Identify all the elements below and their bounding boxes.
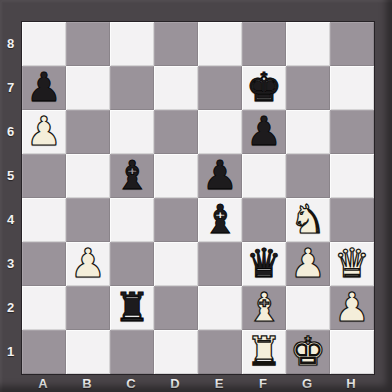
rank-labels: 87654321 <box>0 21 21 373</box>
square-f8[interactable] <box>242 22 286 66</box>
square-f6[interactable]: ♟ <box>242 110 286 154</box>
square-b8[interactable] <box>66 22 110 66</box>
square-a5[interactable] <box>22 154 66 198</box>
square-b3[interactable]: ♟ <box>66 242 110 286</box>
square-h8[interactable] <box>330 22 374 66</box>
piece-black-pawn[interactable]: ♟ <box>202 153 238 197</box>
square-g5[interactable] <box>286 154 330 198</box>
piece-black-pawn[interactable]: ♟ <box>26 65 62 109</box>
piece-black-bishop[interactable]: ♝ <box>202 197 238 241</box>
square-f1[interactable]: ♜ <box>242 330 286 374</box>
square-a4[interactable] <box>22 198 66 242</box>
piece-black-queen[interactable]: ♛ <box>246 241 282 285</box>
square-h7[interactable] <box>330 66 374 110</box>
square-e2[interactable] <box>198 286 242 330</box>
square-c3[interactable] <box>110 242 154 286</box>
square-g6[interactable] <box>286 110 330 154</box>
square-h6[interactable] <box>330 110 374 154</box>
square-e3[interactable] <box>198 242 242 286</box>
piece-white-pawn[interactable]: ♟ <box>26 109 62 153</box>
square-e7[interactable] <box>198 66 242 110</box>
square-d5[interactable] <box>154 154 198 198</box>
square-g2[interactable] <box>286 286 330 330</box>
rank-label-8: 8 <box>0 21 21 65</box>
square-b5[interactable] <box>66 154 110 198</box>
piece-white-king[interactable]: ♚ <box>290 329 326 373</box>
piece-black-pawn[interactable]: ♟ <box>246 109 282 153</box>
square-b6[interactable] <box>66 110 110 154</box>
square-c6[interactable] <box>110 110 154 154</box>
square-a6[interactable]: ♟ <box>22 110 66 154</box>
square-f4[interactable] <box>242 198 286 242</box>
file-label-c: C <box>109 374 153 392</box>
square-g1[interactable]: ♚ <box>286 330 330 374</box>
square-d3[interactable] <box>154 242 198 286</box>
square-d1[interactable] <box>154 330 198 374</box>
piece-white-pawn[interactable]: ♟ <box>334 285 370 329</box>
rank-label-7: 7 <box>0 65 21 109</box>
square-d4[interactable] <box>154 198 198 242</box>
square-c4[interactable] <box>110 198 154 242</box>
rank-label-2: 2 <box>0 285 21 329</box>
square-h2[interactable]: ♟ <box>330 286 374 330</box>
square-e8[interactable] <box>198 22 242 66</box>
square-f3[interactable]: ♛ <box>242 242 286 286</box>
square-b7[interactable] <box>66 66 110 110</box>
square-d6[interactable] <box>154 110 198 154</box>
file-label-h: H <box>329 374 373 392</box>
piece-black-bishop[interactable]: ♝ <box>114 153 150 197</box>
square-d2[interactable] <box>154 286 198 330</box>
square-b4[interactable] <box>66 198 110 242</box>
piece-white-bishop[interactable]: ♝ <box>246 285 282 329</box>
rank-label-4: 4 <box>0 197 21 241</box>
file-labels: ABCDEFGH <box>21 374 373 392</box>
square-e1[interactable] <box>198 330 242 374</box>
square-h4[interactable] <box>330 198 374 242</box>
square-g4[interactable]: ♞ <box>286 198 330 242</box>
chess-diagram-panel: { "game": "chess", "position": { "fen": … <box>0 0 392 392</box>
square-f7[interactable]: ♚ <box>242 66 286 110</box>
square-b2[interactable] <box>66 286 110 330</box>
square-e4[interactable]: ♝ <box>198 198 242 242</box>
square-f5[interactable] <box>242 154 286 198</box>
rank-label-5: 5 <box>0 153 21 197</box>
file-label-g: G <box>285 374 329 392</box>
square-h1[interactable] <box>330 330 374 374</box>
square-h5[interactable] <box>330 154 374 198</box>
piece-black-king[interactable]: ♚ <box>246 65 282 109</box>
square-a2[interactable] <box>22 286 66 330</box>
piece-white-pawn[interactable]: ♟ <box>70 241 106 285</box>
square-e6[interactable] <box>198 110 242 154</box>
file-label-d: D <box>153 374 197 392</box>
file-label-e: E <box>197 374 241 392</box>
square-a7[interactable]: ♟ <box>22 66 66 110</box>
square-g7[interactable] <box>286 66 330 110</box>
rank-label-1: 1 <box>0 329 21 373</box>
rank-label-6: 6 <box>0 109 21 153</box>
square-f2[interactable]: ♝ <box>242 286 286 330</box>
piece-black-rook[interactable]: ♜ <box>114 285 150 329</box>
square-a8[interactable] <box>22 22 66 66</box>
rank-label-3: 3 <box>0 241 21 285</box>
square-g8[interactable] <box>286 22 330 66</box>
piece-white-queen[interactable]: ♛ <box>334 241 370 285</box>
square-g3[interactable]: ♟ <box>286 242 330 286</box>
chess-board[interactable]: ♟♚♟♟♝♟♝♞♟♛♟♛♜♝♟♜♚ <box>21 21 375 375</box>
piece-white-pawn[interactable]: ♟ <box>290 241 326 285</box>
piece-white-rook[interactable]: ♜ <box>246 329 282 373</box>
square-c5[interactable]: ♝ <box>110 154 154 198</box>
file-label-a: A <box>21 374 65 392</box>
square-c7[interactable] <box>110 66 154 110</box>
piece-white-knight[interactable]: ♞ <box>290 197 326 241</box>
file-label-b: B <box>65 374 109 392</box>
square-c1[interactable] <box>110 330 154 374</box>
square-d8[interactable] <box>154 22 198 66</box>
file-label-f: F <box>241 374 285 392</box>
square-a1[interactable] <box>22 330 66 374</box>
square-h3[interactable]: ♛ <box>330 242 374 286</box>
square-e5[interactable]: ♟ <box>198 154 242 198</box>
square-b1[interactable] <box>66 330 110 374</box>
square-c8[interactable] <box>110 22 154 66</box>
square-c2[interactable]: ♜ <box>110 286 154 330</box>
square-a3[interactable] <box>22 242 66 286</box>
square-d7[interactable] <box>154 66 198 110</box>
